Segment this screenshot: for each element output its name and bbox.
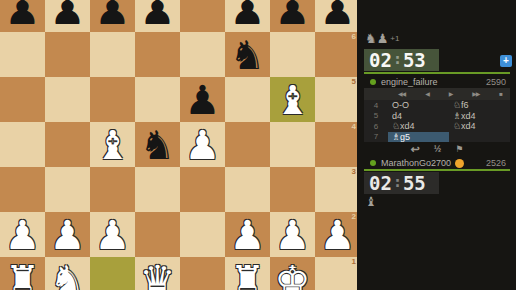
rank-coordinate: 2: [352, 213, 356, 221]
white-knight-piece: ♞: [45, 257, 90, 290]
square-b1[interactable]: ♞: [45, 257, 90, 290]
chess-board[interactable]: ♜♝♛♚♜8♟♟♟♟♟♟♟7♞6♟♝5♝♞♟43♟♟♟♟♟♟2♜♞♛♜♚1: [0, 0, 360, 290]
move-7w[interactable]: ♗g5: [388, 132, 449, 143]
move-4b[interactable]: ♘f6: [449, 100, 510, 111]
player-flair-icon: [455, 159, 464, 168]
move-6w[interactable]: ♘xd4: [388, 121, 449, 132]
square-e4[interactable]: ♟: [180, 122, 225, 167]
square-f5[interactable]: [225, 77, 270, 122]
captured-glyphs: ♝: [365, 194, 377, 209]
move-row: 7♗g5: [364, 132, 510, 143]
square-c6[interactable]: [90, 32, 135, 77]
white-king-piece: ♚: [270, 257, 315, 290]
square-h2[interactable]: ♟2: [315, 212, 360, 257]
square-h3[interactable]: 3: [315, 167, 360, 212]
move-number: 6: [364, 122, 388, 131]
square-h5[interactable]: 5: [315, 77, 360, 122]
square-d1[interactable]: ♛: [135, 257, 180, 290]
square-b5[interactable]: [45, 77, 90, 122]
move-row: 6♘xd4♘xd4: [364, 121, 510, 132]
player-name-top[interactable]: engine_failure: [381, 77, 438, 87]
square-c5[interactable]: [90, 77, 135, 122]
white-bishop-piece: ♝: [90, 122, 135, 167]
square-a7[interactable]: ♟: [0, 0, 45, 32]
move-6b[interactable]: ♘xd4: [449, 121, 510, 132]
black-pawn-piece: ♟: [90, 0, 135, 32]
move-4w[interactable]: O-O: [388, 100, 449, 111]
nav-last-button[interactable]: ▶▶: [472, 88, 479, 100]
square-f4[interactable]: [225, 122, 270, 167]
square-f6[interactable]: ♞: [225, 32, 270, 77]
square-g6[interactable]: [270, 32, 315, 77]
black-pawn-piece: ♟: [0, 0, 45, 32]
square-f7[interactable]: ♟: [225, 0, 270, 32]
move-number: 4: [364, 101, 388, 110]
black-pawn-piece: ♟: [315, 0, 360, 32]
nav-first-button[interactable]: ◀◀: [398, 88, 405, 100]
square-g1[interactable]: ♚: [270, 257, 315, 290]
square-a4[interactable]: [0, 122, 45, 167]
sidebar: ♞♟+1 02:53 + engine_failure 2590 ◀◀◀▶▶▶■…: [357, 0, 516, 290]
move-row: 4O-O♘f6: [364, 100, 510, 111]
clock-digits: :: [393, 50, 402, 68]
square-g4[interactable]: [270, 122, 315, 167]
square-g5[interactable]: ♝: [270, 77, 315, 122]
square-c2[interactable]: ♟: [90, 212, 135, 257]
nav-prev-button[interactable]: ◀: [425, 88, 429, 100]
square-h6[interactable]: 6: [315, 32, 360, 77]
move-nav-bar: ◀◀◀▶▶▶■: [364, 88, 510, 100]
square-d5[interactable]: [135, 77, 180, 122]
square-g2[interactable]: ♟: [270, 212, 315, 257]
square-e2[interactable]: [180, 212, 225, 257]
clock-digits: 55: [403, 172, 426, 194]
square-c4[interactable]: ♝: [90, 122, 135, 167]
online-dot-icon: [370, 79, 376, 85]
black-knight-piece: ♞: [225, 32, 270, 77]
player-rating-bottom: 2526: [486, 158, 506, 168]
clock-bottom: 02:55: [364, 172, 439, 194]
add-time-button[interactable]: +: [500, 55, 512, 67]
player-rating-top: 2590: [486, 77, 506, 87]
player-line-bottom: MarathonGo2700 2526: [364, 157, 510, 169]
square-f2[interactable]: ♟: [225, 212, 270, 257]
square-c1[interactable]: [90, 257, 135, 290]
white-rook-piece: ♜: [225, 257, 270, 290]
square-b4[interactable]: [45, 122, 90, 167]
clock-top: 02:53: [364, 49, 439, 71]
square-b6[interactable]: [45, 32, 90, 77]
square-h4[interactable]: 4: [315, 122, 360, 167]
square-a2[interactable]: ♟: [0, 212, 45, 257]
move-5b[interactable]: ♗xd4: [449, 111, 510, 122]
square-h1[interactable]: 1: [315, 257, 360, 290]
material-advantage: +1: [390, 34, 399, 43]
game-screen: ♜♝♛♚♜8♟♟♟♟♟♟♟7♞6♟♝5♝♞♟43♟♟♟♟♟♟2♜♞♛♜♚1 ♞♟…: [0, 0, 516, 290]
square-a5[interactable]: [0, 77, 45, 122]
move-number: 5: [364, 111, 388, 120]
square-d3[interactable]: [135, 167, 180, 212]
move-list: 4O-O♘f65d4♗xd46♘xd4♘xd47♗g5: [364, 100, 510, 142]
square-b2[interactable]: ♟: [45, 212, 90, 257]
move-5w[interactable]: d4: [388, 111, 449, 122]
square-a6[interactable]: [0, 32, 45, 77]
square-d4[interactable]: ♞: [135, 122, 180, 167]
black-pawn-piece: ♟: [135, 0, 180, 32]
player-name-bottom[interactable]: MarathonGo2700: [381, 158, 451, 168]
square-f3[interactable]: [225, 167, 270, 212]
player-line-top: engine_failure 2590: [364, 76, 510, 88]
black-pawn-piece: ♟: [270, 0, 315, 32]
rank-coordinate: 1: [352, 258, 356, 266]
white-pawn-piece: ♟: [270, 212, 315, 257]
white-bishop-piece: ♝: [270, 77, 315, 122]
action-bar: ↩ ½ ⚑: [364, 142, 510, 156]
takeback-icon[interactable]: ↩: [411, 143, 420, 156]
square-a3[interactable]: [0, 167, 45, 212]
white-pawn-piece: ♟: [45, 212, 90, 257]
captured-pieces-bottom: ♝: [365, 195, 377, 209]
black-pawn-piece: ♟: [225, 0, 270, 32]
white-rook-piece: ♜: [0, 257, 45, 290]
clock-digits: 02: [369, 172, 392, 194]
black-pawn-piece: ♟: [45, 0, 90, 32]
clock-digits: 53: [403, 49, 426, 71]
square-e7[interactable]: [180, 0, 225, 32]
square-d2[interactable]: [135, 212, 180, 257]
rank-coordinate: 4: [352, 123, 356, 131]
black-pawn-piece: ♟: [180, 77, 225, 122]
square-d6[interactable]: [135, 32, 180, 77]
square-b7[interactable]: ♟: [45, 0, 90, 32]
square-c7[interactable]: ♟: [90, 0, 135, 32]
time-bar-top: [364, 72, 510, 74]
rank-coordinate: 6: [352, 33, 356, 41]
time-bar-bottom: [364, 169, 510, 171]
resign-flag-icon[interactable]: ⚑: [455, 144, 463, 154]
square-e1[interactable]: [180, 257, 225, 290]
white-pawn-piece: ♟: [180, 122, 225, 167]
white-pawn-piece: ♟: [90, 212, 135, 257]
move-7b: [449, 132, 510, 143]
black-knight-piece: ♞: [135, 122, 180, 167]
nav-menu-button[interactable]: ■: [499, 88, 502, 100]
square-g3[interactable]: [270, 167, 315, 212]
white-pawn-piece: ♟: [0, 212, 45, 257]
captured-glyphs: ♞♟: [365, 31, 388, 46]
square-c3[interactable]: [90, 167, 135, 212]
white-queen-piece: ♛: [135, 257, 180, 290]
move-row: 5d4♗xd4: [364, 111, 510, 122]
square-h7[interactable]: ♟7: [315, 0, 360, 32]
clock-digits: :: [393, 173, 402, 191]
rank-coordinate: 5: [352, 78, 356, 86]
clock-digits: 02: [369, 49, 392, 71]
square-f1[interactable]: ♜: [225, 257, 270, 290]
square-e5[interactable]: ♟: [180, 77, 225, 122]
captured-pieces-top: ♞♟+1: [365, 32, 399, 46]
square-b3[interactable]: [45, 167, 90, 212]
draw-offer-icon[interactable]: ½: [434, 144, 442, 154]
online-dot-icon: [370, 160, 376, 166]
square-g7[interactable]: ♟: [270, 0, 315, 32]
square-d7[interactable]: ♟: [135, 0, 180, 32]
square-e6[interactable]: [180, 32, 225, 77]
move-number: 7: [364, 132, 388, 141]
nav-next-button[interactable]: ▶: [449, 88, 453, 100]
white-pawn-piece: ♟: [225, 212, 270, 257]
rank-coordinate: 3: [352, 168, 356, 176]
square-e3[interactable]: [180, 167, 225, 212]
square-a1[interactable]: ♜: [0, 257, 45, 290]
